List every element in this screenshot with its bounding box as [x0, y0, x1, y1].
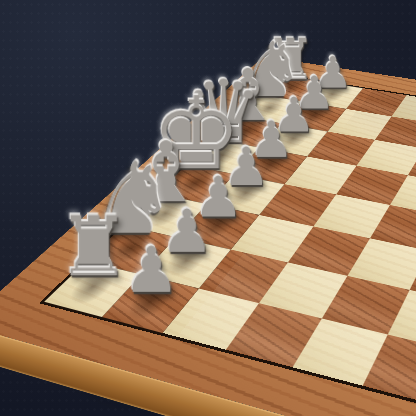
square-h6[interactable] — [363, 335, 416, 406]
chess-photo-scene: ♟♟♟♟♟♟♟♟♜♞♝♛♚♝♞♜ — [0, 0, 416, 416]
square-f5[interactable] — [347, 238, 416, 290]
white-pawn-h2[interactable]: ♟ — [94, 239, 209, 302]
